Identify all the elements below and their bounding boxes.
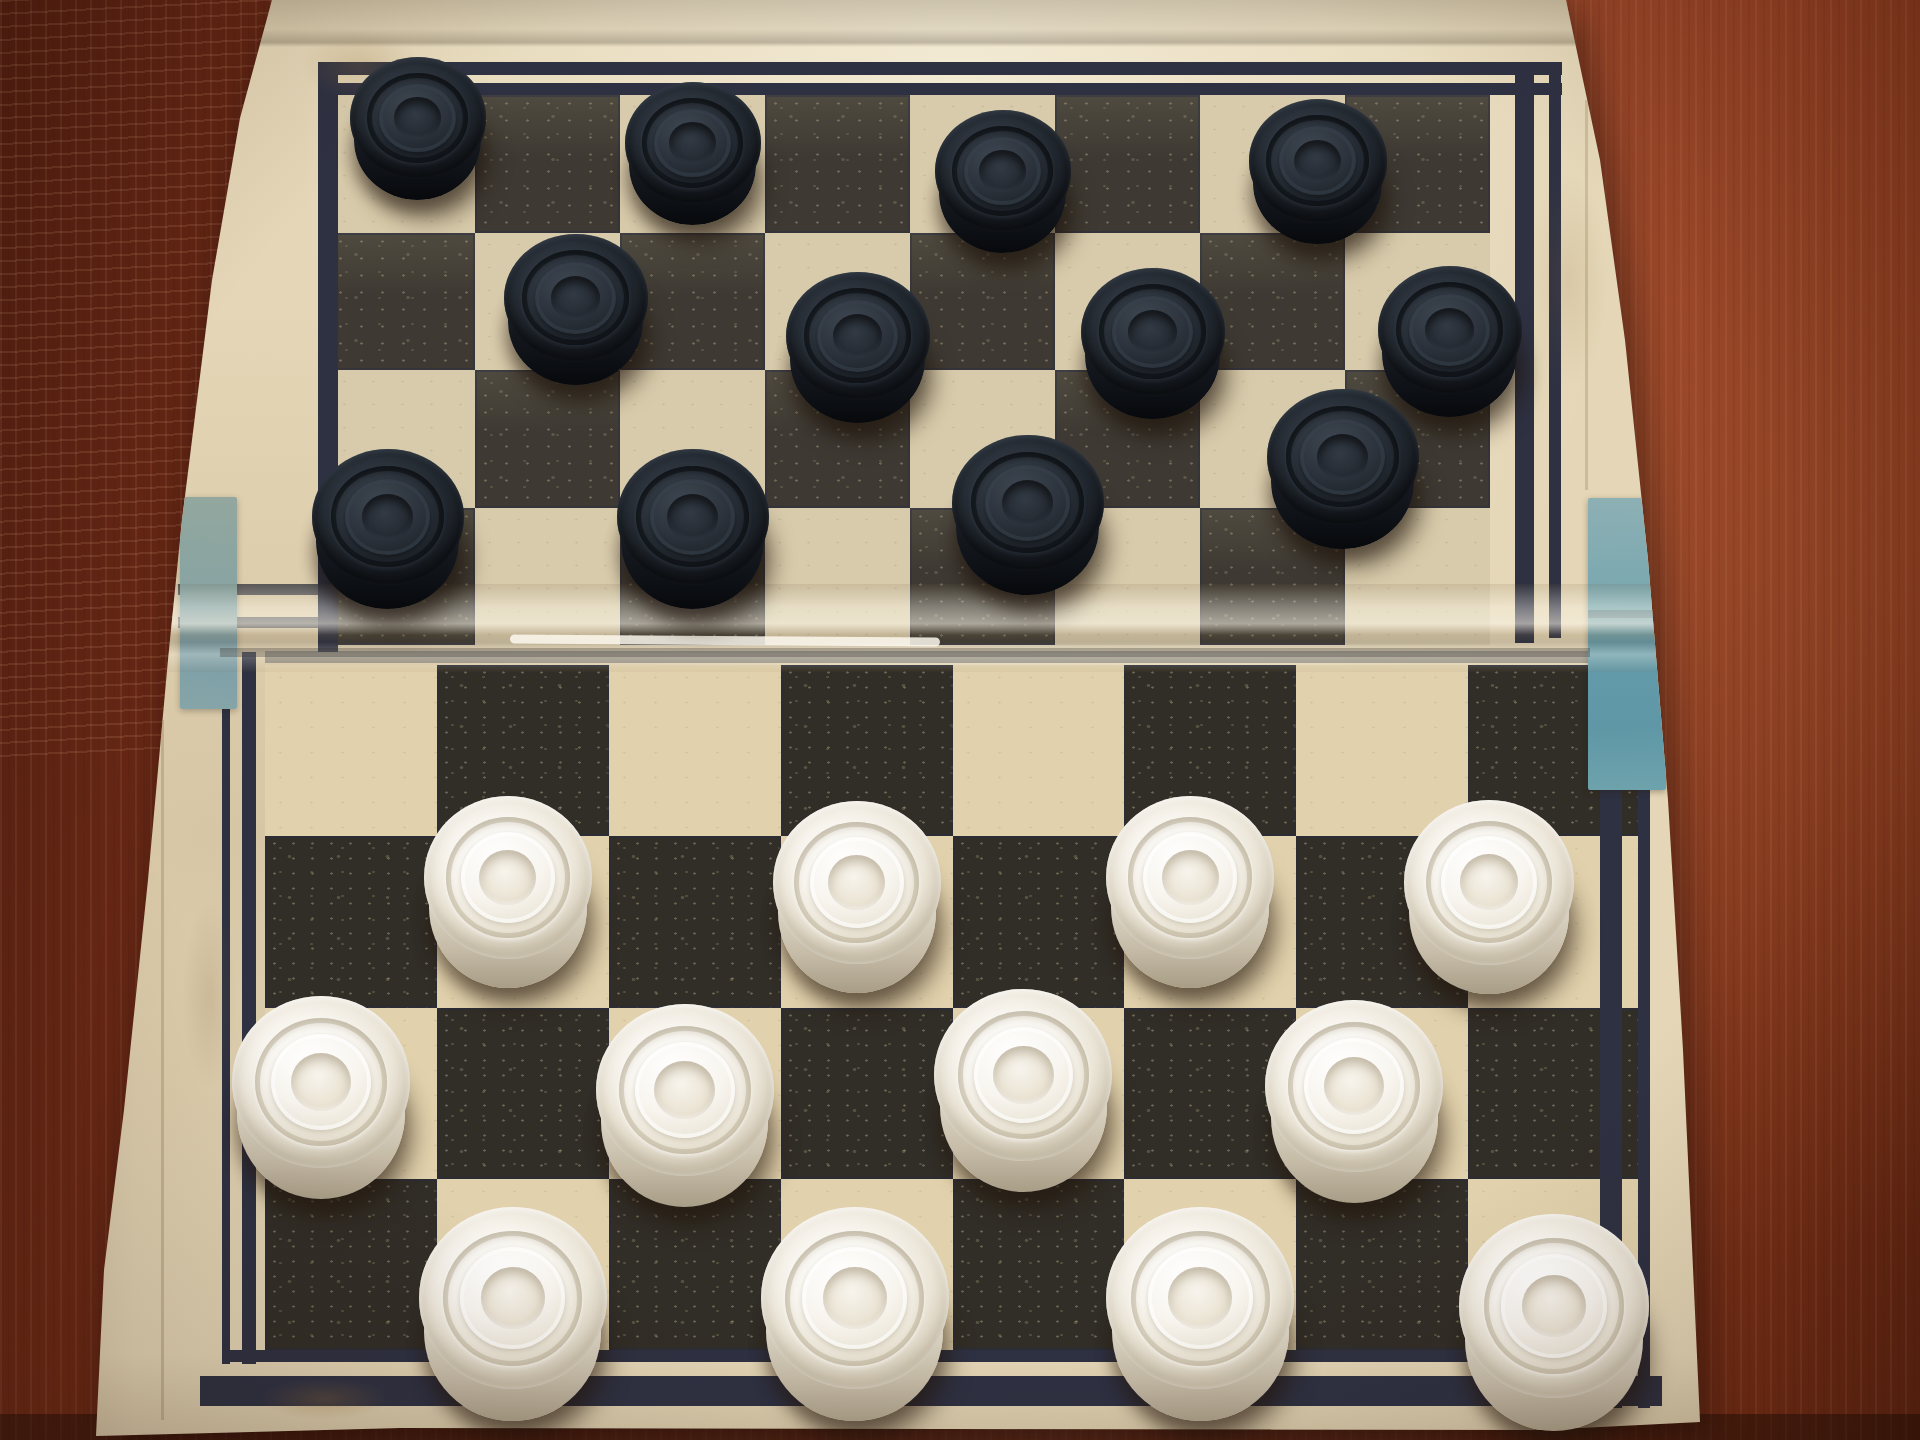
checker-top-face <box>761 1207 949 1389</box>
checker-center-dimple <box>1128 310 1177 354</box>
checker-black-r1c7[interactable]: ⛂ <box>1249 99 1387 244</box>
checker-black-r1c3[interactable]: ⛂ <box>625 82 761 225</box>
checker-glyph: ⛀ <box>1406 802 1413 810</box>
checker-center-dimple <box>654 1061 715 1120</box>
square-r2c1[interactable] <box>330 233 475 371</box>
checker-center-dimple <box>979 150 1025 191</box>
checker-glyph: ⛀ <box>1108 798 1115 806</box>
paper-stain <box>182 900 237 1090</box>
checker-glyph: ⛂ <box>954 437 961 445</box>
checker-glyph: ⛂ <box>788 274 795 282</box>
square-r8c1[interactable] <box>265 1179 437 1350</box>
checker-glyph: ⛂ <box>627 84 634 92</box>
square-r7c4[interactable] <box>781 1008 953 1179</box>
square-r5c5[interactable] <box>953 665 1125 836</box>
paper-stain <box>260 1378 390 1420</box>
photo-stage: ⛂⛂⛂⛂⛂⛂⛂⛂⛂⛂⛂⛂⛀⛀⛀⛀⛀⛀⛀⛀⛀⛀⛀⛀ <box>0 0 1920 1440</box>
checker-glyph: ⛂ <box>1380 268 1387 276</box>
checker-glyph: ⛀ <box>1461 1216 1468 1224</box>
checker-black-r2c6[interactable]: ⛂ <box>1081 268 1225 419</box>
checker-center-dimple <box>1162 850 1219 906</box>
checker-top-face <box>1106 1207 1294 1389</box>
checker-white-r8c6[interactable]: ⛀ <box>1106 1207 1294 1421</box>
checker-white-r6c4[interactable]: ⛀ <box>773 801 941 993</box>
checker-top-face <box>935 110 1071 232</box>
checker-black-r3c3[interactable]: ⛂ <box>617 449 769 609</box>
square-r6c5[interactable] <box>953 836 1125 1007</box>
checker-top-face <box>596 1004 774 1177</box>
square-r1c4[interactable] <box>765 95 910 233</box>
square-r1c6[interactable] <box>1055 95 1200 233</box>
checker-center-dimple <box>669 122 715 163</box>
checker-black-r3c5[interactable]: ⛂ <box>952 435 1104 595</box>
checker-black-r3c7[interactable]: ⛂ <box>1267 389 1419 549</box>
checker-top-face <box>952 435 1104 571</box>
checker-glyph: ⛂ <box>1251 101 1258 109</box>
square-r8c5[interactable] <box>953 1179 1125 1350</box>
checker-top-face <box>1267 389 1419 525</box>
checker-white-r8c2[interactable]: ⛀ <box>419 1207 607 1421</box>
checker-center-dimple <box>481 1267 545 1329</box>
top-half-border-inner-top <box>318 83 1562 95</box>
checker-top-face <box>617 449 769 585</box>
checker-white-r7c3[interactable]: ⛀ <box>596 1004 774 1207</box>
checker-center-dimple <box>823 1267 887 1329</box>
checker-glyph: ⛂ <box>352 59 359 67</box>
checker-center-dimple <box>1317 434 1369 480</box>
checker-center-dimple <box>833 314 882 358</box>
checker-top-face <box>786 272 930 400</box>
checker-center-dimple <box>362 494 414 540</box>
checker-top-face <box>773 801 941 964</box>
checker-center-dimple <box>828 855 885 911</box>
checker-top-face <box>1404 800 1574 965</box>
checker-white-r7c5[interactable]: ⛀ <box>934 989 1112 1192</box>
checker-glyph: ⛀ <box>1108 1209 1115 1217</box>
checker-glyph: ⛀ <box>598 1006 605 1014</box>
checker-top-face <box>424 796 592 959</box>
checker-glyph: ⛂ <box>1083 270 1090 278</box>
checker-glyph: ⛀ <box>763 1209 770 1217</box>
checker-center-dimple <box>1294 140 1341 182</box>
checker-glyph: ⛂ <box>1269 391 1276 399</box>
checker-center-dimple <box>993 1046 1054 1105</box>
checker-center-dimple <box>1002 480 1054 526</box>
checker-center-dimple <box>394 97 440 138</box>
checker-glyph: ⛂ <box>314 451 321 459</box>
top-half-border-outer-top <box>318 62 1562 75</box>
square-r6c1[interactable] <box>265 836 437 1007</box>
checker-glyph: ⛀ <box>234 998 241 1006</box>
checker-glyph: ⛀ <box>936 991 943 999</box>
checker-white-r8c8[interactable]: ⛀ <box>1459 1214 1649 1431</box>
checker-top-face <box>419 1207 607 1389</box>
checker-top-face <box>232 996 410 1169</box>
checker-top-face <box>1081 268 1225 396</box>
square-r3c2[interactable] <box>475 370 620 508</box>
checker-top-face <box>1459 1214 1649 1398</box>
checker-white-r6c2[interactable]: ⛀ <box>424 796 592 988</box>
square-r6c3[interactable] <box>609 836 781 1007</box>
checker-black-r3c1[interactable]: ⛂ <box>312 449 464 609</box>
square-r5c3[interactable] <box>609 665 781 836</box>
square-r8c7[interactable] <box>1296 1179 1468 1350</box>
checker-center-dimple <box>667 494 719 540</box>
checker-top-face <box>1106 796 1274 959</box>
checker-glyph: ⛂ <box>619 451 626 459</box>
checker-glyph: ⛀ <box>775 803 782 811</box>
checker-glyph: ⛂ <box>937 112 944 120</box>
checker-glyph: ⛀ <box>1267 1002 1274 1010</box>
paper-crease-left-margin <box>161 720 164 1420</box>
square-r5c1[interactable] <box>265 665 437 836</box>
paper-top-fold-edge <box>0 0 1920 47</box>
paper-stain <box>1528 170 1608 390</box>
checker-glyph: ⛀ <box>426 798 433 806</box>
checker-black-r1c1[interactable]: ⛂ <box>350 57 486 200</box>
checker-white-r7c1[interactable]: ⛀ <box>232 996 410 1199</box>
square-r1c2[interactable] <box>475 95 620 233</box>
checker-black-r1c5[interactable]: ⛂ <box>935 110 1071 253</box>
checker-top-face <box>312 449 464 585</box>
checker-top-face <box>1265 1000 1443 1173</box>
checker-center-dimple <box>551 276 600 320</box>
checker-glyph: ⛂ <box>506 236 513 244</box>
checker-center-dimple <box>291 1053 352 1112</box>
checker-black-r2c4[interactable]: ⛂ <box>786 272 930 423</box>
checker-top-face <box>1249 99 1387 222</box>
checker-top-face <box>625 82 761 204</box>
checker-top-face <box>1378 266 1522 394</box>
checker-black-r2c2[interactable]: ⛂ <box>504 234 648 385</box>
checker-white-r6c6[interactable]: ⛀ <box>1106 796 1274 988</box>
checker-white-r7c7[interactable]: ⛀ <box>1265 1000 1443 1203</box>
checker-glyph: ⛀ <box>421 1209 428 1217</box>
checker-white-r6c8[interactable]: ⛀ <box>1404 800 1574 994</box>
checker-center-dimple <box>1460 854 1518 910</box>
checker-white-r8c4[interactable]: ⛀ <box>761 1207 949 1421</box>
checker-top-face <box>934 989 1112 1162</box>
checker-center-dimple <box>1425 308 1474 352</box>
checker-top-face <box>350 57 486 179</box>
square-r7c2[interactable] <box>437 1008 609 1179</box>
checker-top-face <box>504 234 648 362</box>
